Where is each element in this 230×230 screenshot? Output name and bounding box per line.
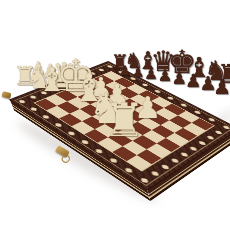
square-c1[interactable] <box>59 113 82 126</box>
piece-black-pawn-d7[interactable]: ♟ <box>158 68 172 84</box>
square-g5[interactable] <box>151 125 174 138</box>
square-g4[interactable] <box>142 130 165 144</box>
square-b1[interactable] <box>47 106 70 118</box>
square-h4[interactable] <box>156 138 180 152</box>
piece-black-pawn-h7[interactable]: ♟ <box>213 77 230 97</box>
square-g6[interactable] <box>160 120 183 133</box>
chess-set-photo: ♜♞♝♛♚♝♞♜♟♟♟♟♟♟♟♟♜♞♝♛♚♝♞♜♟♟♟♟♟♟♟♟ <box>0 0 230 230</box>
square-h5[interactable] <box>166 133 189 147</box>
square-h2[interactable] <box>137 149 162 164</box>
square-h1[interactable] <box>126 155 151 171</box>
piece-black-pawn-b7[interactable]: ♟ <box>132 65 145 79</box>
square-g1[interactable] <box>112 146 137 161</box>
piece-white-rook-h1[interactable]: ♜ <box>103 97 144 143</box>
square-h3[interactable] <box>147 143 171 158</box>
square-h6[interactable] <box>174 128 197 141</box>
piece-black-pawn-a7[interactable]: ♟ <box>119 64 131 77</box>
square-h8[interactable] <box>191 118 213 130</box>
piece-black-pawn-c7[interactable]: ♟ <box>144 67 157 82</box>
